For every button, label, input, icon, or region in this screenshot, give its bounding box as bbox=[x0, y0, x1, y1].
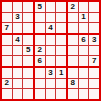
cell-r5c8[interactable] bbox=[79, 46, 89, 56]
cell-r2c9[interactable] bbox=[89, 13, 99, 23]
cell-r3c8[interactable] bbox=[79, 23, 89, 33]
cell-r2c7[interactable] bbox=[68, 13, 78, 23]
cell-r8c4[interactable] bbox=[35, 79, 45, 89]
cell-r2c6[interactable] bbox=[56, 13, 66, 23]
cell-r8c9[interactable] bbox=[89, 79, 99, 89]
cell-r6c2[interactable] bbox=[13, 56, 23, 66]
cell-r6c6[interactable] bbox=[56, 56, 66, 66]
cell-r7c9[interactable] bbox=[89, 68, 99, 78]
cell-r2c1[interactable] bbox=[2, 13, 12, 23]
cell-r3c6[interactable] bbox=[56, 23, 66, 33]
cell-r6c3[interactable] bbox=[23, 56, 33, 66]
cell-r5c7[interactable] bbox=[68, 46, 78, 56]
box-6: 637 bbox=[68, 35, 99, 66]
cell-r8c6[interactable] bbox=[56, 79, 66, 89]
given-cell-r2c2[interactable]: 3 bbox=[13, 13, 23, 23]
cell-r3c9[interactable] bbox=[89, 23, 99, 33]
box-5: 26 bbox=[35, 35, 66, 66]
given-cell-r5c4[interactable]: 2 bbox=[35, 46, 45, 56]
cell-r4c6[interactable] bbox=[56, 35, 66, 45]
cell-r6c8[interactable] bbox=[79, 56, 89, 66]
cell-r7c1[interactable] bbox=[2, 68, 12, 78]
cell-r2c3[interactable] bbox=[23, 13, 33, 23]
cell-r7c4[interactable] bbox=[35, 68, 45, 78]
given-cell-r1c7[interactable]: 2 bbox=[68, 2, 78, 12]
given-cell-r5c3[interactable]: 5 bbox=[23, 46, 33, 56]
given-cell-r4c8[interactable]: 6 bbox=[79, 35, 89, 45]
cell-r1c3[interactable] bbox=[23, 2, 33, 12]
cell-r6c5[interactable] bbox=[46, 56, 56, 66]
box-8: 31 bbox=[35, 68, 66, 99]
given-cell-r7c5[interactable]: 3 bbox=[46, 68, 56, 78]
cell-r1c2[interactable] bbox=[13, 2, 23, 12]
cell-r8c8[interactable] bbox=[79, 79, 89, 89]
cell-r5c1[interactable] bbox=[2, 46, 12, 56]
cell-r2c5[interactable] bbox=[46, 13, 56, 23]
given-cell-r7c6[interactable]: 1 bbox=[56, 68, 66, 78]
given-cell-r3c1[interactable]: 7 bbox=[2, 23, 12, 33]
cell-r3c7[interactable] bbox=[68, 23, 78, 33]
cell-r9c7[interactable] bbox=[68, 89, 78, 99]
cell-r4c4[interactable] bbox=[35, 35, 45, 45]
cell-r3c2[interactable] bbox=[13, 23, 23, 33]
cell-r8c3[interactable] bbox=[23, 79, 33, 89]
cell-r9c9[interactable] bbox=[89, 89, 99, 99]
cell-r3c4[interactable] bbox=[35, 23, 45, 33]
cell-r9c8[interactable] bbox=[79, 89, 89, 99]
cell-r7c3[interactable] bbox=[23, 68, 33, 78]
cell-r8c5[interactable] bbox=[46, 79, 56, 89]
cell-r4c1[interactable] bbox=[2, 35, 12, 45]
cell-r7c2[interactable] bbox=[13, 68, 23, 78]
box-7: 2 bbox=[2, 68, 33, 99]
given-cell-r8c1[interactable]: 2 bbox=[2, 79, 12, 89]
cell-r3c3[interactable] bbox=[23, 23, 33, 33]
sudoku-board: 37542145266372318 bbox=[0, 0, 101, 101]
cell-r9c3[interactable] bbox=[23, 89, 33, 99]
cell-r9c2[interactable] bbox=[13, 89, 23, 99]
cell-r5c2[interactable] bbox=[13, 46, 23, 56]
cell-r5c5[interactable] bbox=[46, 46, 56, 56]
cell-r4c5[interactable] bbox=[46, 35, 56, 45]
cell-r1c8[interactable] bbox=[79, 2, 89, 12]
box-9: 8 bbox=[68, 68, 99, 99]
given-cell-r2c8[interactable]: 1 bbox=[79, 13, 89, 23]
cell-r2c4[interactable] bbox=[35, 13, 45, 23]
given-cell-r6c4[interactable]: 6 bbox=[35, 56, 45, 66]
cell-r9c4[interactable] bbox=[35, 89, 45, 99]
cell-r5c9[interactable] bbox=[89, 46, 99, 56]
cell-r1c6[interactable] bbox=[56, 2, 66, 12]
cell-r6c1[interactable] bbox=[2, 56, 12, 66]
cell-r9c1[interactable] bbox=[2, 89, 12, 99]
given-cell-r4c9[interactable]: 3 bbox=[89, 35, 99, 45]
given-cell-r6c9[interactable]: 7 bbox=[89, 56, 99, 66]
given-cell-r8c7[interactable]: 8 bbox=[68, 79, 78, 89]
cell-r7c8[interactable] bbox=[79, 68, 89, 78]
cell-r4c7[interactable] bbox=[68, 35, 78, 45]
cell-r1c9[interactable] bbox=[89, 2, 99, 12]
cell-r8c2[interactable] bbox=[13, 79, 23, 89]
cell-r6c7[interactable] bbox=[68, 56, 78, 66]
cell-r9c6[interactable] bbox=[56, 89, 66, 99]
given-cell-r4c2[interactable]: 4 bbox=[13, 35, 23, 45]
cell-r1c5[interactable] bbox=[46, 2, 56, 12]
cell-r9c5[interactable] bbox=[46, 89, 56, 99]
cell-r5c6[interactable] bbox=[56, 46, 66, 56]
box-2: 54 bbox=[35, 2, 66, 33]
box-4: 45 bbox=[2, 35, 33, 66]
given-cell-r1c4[interactable]: 5 bbox=[35, 2, 45, 12]
box-3: 21 bbox=[68, 2, 99, 33]
cell-r7c7[interactable] bbox=[68, 68, 78, 78]
cell-r1c1[interactable] bbox=[2, 2, 12, 12]
box-1: 37 bbox=[2, 2, 33, 33]
given-cell-r3c5[interactable]: 4 bbox=[46, 23, 56, 33]
cell-r4c3[interactable] bbox=[23, 35, 33, 45]
